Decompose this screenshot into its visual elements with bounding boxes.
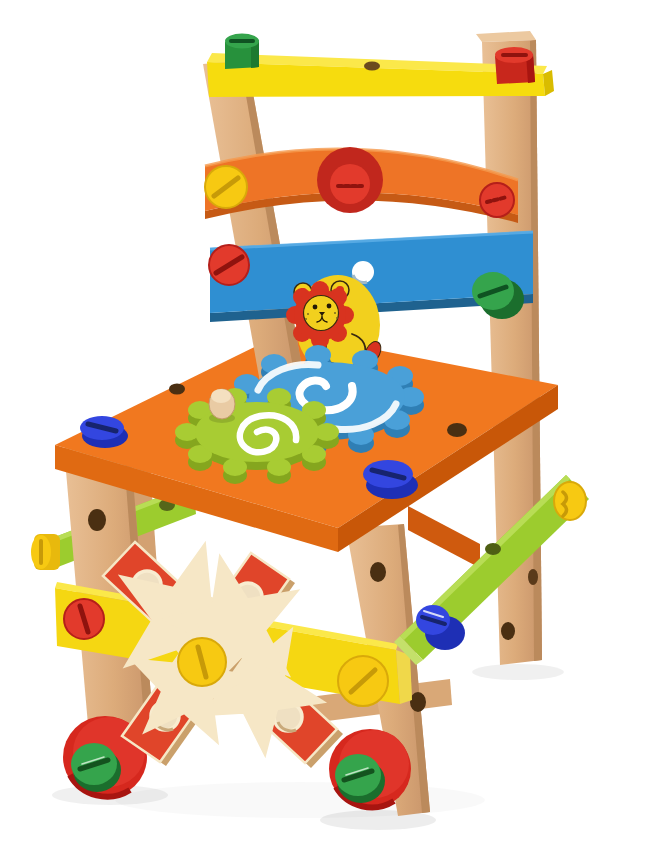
arc-big-red-bolt-icon [317, 147, 383, 213]
big-yellow-screw-icon [338, 656, 388, 706]
product-photo [0, 0, 662, 850]
blue-plank-red-screw-icon [209, 245, 249, 285]
arc-red-screw-icon [480, 183, 514, 217]
green-cap-bolt-icon [225, 34, 259, 70]
right-red-wheel [329, 729, 411, 809]
leg-hole [501, 622, 515, 640]
toy-chair-illustration [0, 0, 662, 850]
plank-hole [485, 543, 501, 555]
bar-hole [364, 62, 380, 71]
lion-eye [313, 305, 318, 310]
leg-hole [528, 569, 538, 585]
cross-center-yellow-screw-icon [178, 638, 226, 686]
yellow-bolt-icon [31, 534, 60, 570]
lion-eye [327, 304, 332, 309]
red-flat-screw-icon [64, 599, 104, 639]
leg-hole [88, 509, 106, 531]
arc-yellow-screw-icon [205, 166, 247, 208]
leg-hole [370, 562, 386, 582]
red-cap-bolt-icon [495, 47, 535, 84]
seat-hole [169, 384, 185, 395]
seat-hole [447, 423, 467, 437]
green-gear [175, 388, 339, 484]
leg-hole [410, 692, 426, 712]
wooden-peg [209, 389, 235, 423]
green-plank-yellow-bolt-icon [554, 482, 586, 520]
